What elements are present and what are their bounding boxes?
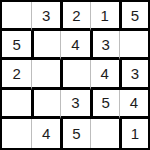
cell-r3c1-given: 2 [2,60,31,89]
cell-r5c1-empty[interactable] [2,119,31,148]
cell-r4c5-given: 4 [119,90,148,119]
cell-r5c3-given: 5 [60,119,89,148]
cell-r5c4-empty[interactable] [90,119,119,148]
puzzle-board: 3215543243354451 [0,0,150,150]
cell-r3c5-given: 3 [119,60,148,89]
cell-r2c5-empty[interactable] [119,31,148,60]
cell-r1c2-given: 3 [31,2,60,31]
cell-r1c1-empty[interactable] [2,2,31,31]
cell-r1c3-given: 2 [60,2,89,31]
cell-r5c2-given: 4 [31,119,60,148]
cell-r4c3-given: 3 [60,90,89,119]
cell-r3c2-empty[interactable] [31,60,60,89]
cell-r2c1-given: 5 [2,31,31,60]
cell-r4c1-empty[interactable] [2,90,31,119]
cell-r3c4-given: 4 [90,60,119,89]
cell-r1c5-given: 5 [119,2,148,31]
cell-r1c4-given: 1 [90,2,119,31]
cell-r3c3-empty[interactable] [60,60,89,89]
cell-r5c5-given: 1 [119,119,148,148]
cell-r4c4-given: 5 [90,90,119,119]
cell-r4c2-empty[interactable] [31,90,60,119]
cell-r2c3-given: 4 [60,31,89,60]
cell-r2c2-empty[interactable] [31,31,60,60]
cell-r2c4-given: 3 [90,31,119,60]
